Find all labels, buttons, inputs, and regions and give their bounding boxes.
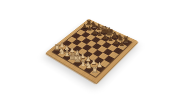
chess-set-product-photo: ♜♞♝♛♚♝♞♜♟♟♟♟♟♟♟♟♟♟♟♟♟♟♟♟♜♞♝♛♚♝♞♜ <box>0 0 175 105</box>
board-squares <box>52 23 131 77</box>
chess-board <box>45 19 138 83</box>
